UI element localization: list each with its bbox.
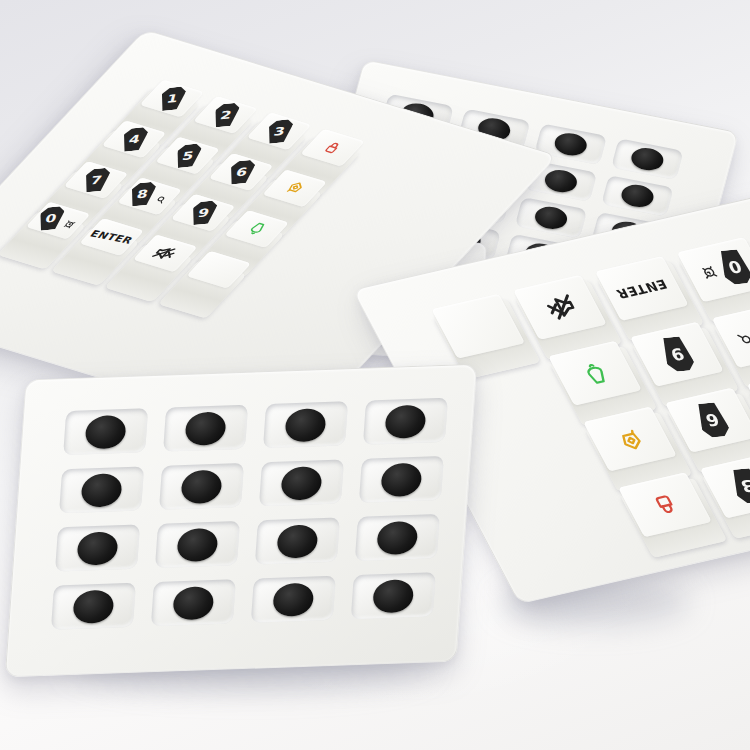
key-well (259, 459, 344, 506)
digit-label: 6 (234, 165, 248, 179)
carbon-pill (384, 404, 426, 438)
alarm-clock-icon (695, 261, 724, 284)
carbon-pill (372, 578, 414, 612)
key-legend (240, 219, 273, 240)
digit-label: 6 (702, 410, 721, 430)
carbon-pill (176, 527, 218, 561)
key-legend: 9 (183, 199, 223, 227)
key-legend (643, 488, 687, 522)
carbon-pill (280, 466, 322, 500)
key-legend: 1 (152, 85, 192, 113)
padlock-icon (316, 137, 349, 158)
key-well (155, 521, 240, 568)
carbon-pill (376, 520, 418, 554)
carbon-pill (619, 182, 656, 209)
key-well (63, 408, 148, 455)
key-legend: 6 (221, 158, 261, 186)
digit-label: 7 (89, 173, 103, 187)
carbon-pill (272, 582, 314, 616)
digit-coffin: 7 (81, 167, 111, 193)
carbon-pill (276, 524, 318, 558)
speaker-mute-icon (534, 287, 587, 328)
bell-alt-icon (608, 422, 652, 456)
digit-coffin: 3 (264, 119, 294, 145)
digit-coffin: 5 (173, 143, 203, 169)
bell-icon (573, 356, 617, 390)
key-well (601, 175, 674, 217)
search-icon (730, 327, 750, 350)
digit-coffin: 6 (692, 402, 731, 438)
enter-label: ENTER (88, 228, 135, 245)
key-legend (278, 178, 311, 199)
key-grid: 1234567890ENTER (3, 86, 363, 312)
digit-label: 9 (196, 206, 210, 220)
key-legend: 5 (168, 142, 208, 170)
key-legend: 3 (259, 117, 299, 145)
digit-coffin: 9 (188, 200, 218, 226)
pill-grid (50, 397, 466, 644)
key-legend: 3 (725, 467, 750, 506)
key-legend: 8 (726, 313, 750, 357)
key-legend (316, 137, 349, 158)
enter-label: ENTER (614, 276, 670, 301)
key-legend (534, 287, 587, 328)
key-well (59, 466, 144, 513)
bell-alt-icon (278, 178, 311, 199)
digit-label: 0 (43, 211, 57, 225)
key-well (611, 138, 684, 180)
key-grid: ENTER0987654321 (431, 219, 750, 577)
speaker-mute-icon (146, 241, 185, 266)
carbon-pill (380, 462, 422, 496)
key-well (351, 572, 436, 619)
key-well (359, 456, 444, 503)
key-well (163, 405, 248, 452)
digit-label: 5 (180, 149, 194, 163)
key-legend (146, 241, 185, 266)
digit-coffin: 6 (226, 159, 256, 185)
key-legend: 0 (691, 248, 750, 292)
key-well (355, 514, 440, 561)
key-well (251, 576, 336, 623)
carbon-pill (532, 204, 569, 231)
bell-icon (240, 219, 273, 240)
digit-label: 1 (165, 92, 179, 106)
carbon-pill (76, 531, 118, 565)
digit-label: 3 (737, 476, 750, 496)
digit-coffin: 9 (657, 336, 696, 372)
key-well (151, 579, 236, 626)
key-legend (573, 356, 617, 390)
digit-coffin: 4 (119, 126, 149, 152)
key-well (515, 197, 588, 239)
key-legend: 4 (114, 125, 154, 153)
key-well (363, 398, 448, 445)
carbon-pill (80, 473, 122, 507)
key-well (159, 463, 244, 510)
carbon-pill (284, 407, 326, 441)
key-well (55, 525, 140, 572)
photo-scene: 9 1234567890ENTER ENTER0987654321 (0, 0, 750, 750)
key-legend: 9 (655, 335, 698, 374)
key-legend: 2 (206, 101, 246, 129)
carbon-pill (84, 414, 126, 448)
padlock-icon (643, 488, 687, 522)
digit-label: 8 (135, 187, 149, 201)
key-legend: ENTER (614, 276, 670, 301)
carbon-pill (72, 589, 114, 623)
digit-label: 0 (725, 257, 744, 277)
keypad-back-bottom (5, 364, 478, 678)
digit-coffin: 1 (157, 86, 187, 112)
digit-coffin: 2 (211, 102, 241, 128)
carbon-pill (552, 131, 589, 158)
key-legend (608, 422, 652, 456)
carbon-pill (542, 167, 579, 194)
carbon-pill (172, 585, 214, 619)
carbon-pill (184, 411, 226, 445)
key-legend: ENTER (89, 227, 135, 247)
digit-label: 9 (667, 344, 686, 364)
digit-coffin: 3 (727, 468, 750, 504)
digit-label: 2 (218, 108, 232, 122)
digit-label: 3 (272, 124, 286, 138)
key-well (263, 401, 348, 448)
carbon-pill (180, 469, 222, 503)
key-well (255, 518, 340, 565)
key-top-face: 0 (677, 237, 750, 302)
carbon-pill (629, 145, 666, 172)
key-well (51, 583, 136, 630)
key-legend: 7 (76, 166, 116, 194)
key-legend: 6 (690, 401, 733, 440)
digit-label: 4 (127, 132, 141, 146)
